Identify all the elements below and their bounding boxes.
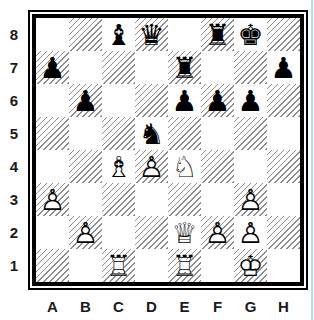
- rank-label-7: 7: [0, 51, 28, 84]
- black-pawn: ♟: [267, 51, 300, 84]
- chess-board-frame: ♝♛♜♚♟♜♟♟♟♟♟♞♝♗♟♙♞♘♟♙♟♙♟♙♛♕♟♙♟♙♜♖♜♖♚♔: [28, 10, 308, 290]
- white-rook: ♜♖: [102, 249, 135, 282]
- rank-label-2: 2: [0, 216, 28, 249]
- square-c2[interactable]: [102, 216, 135, 249]
- square-h6[interactable]: [267, 84, 300, 117]
- square-f1[interactable]: [201, 249, 234, 282]
- square-e7[interactable]: ♜: [168, 51, 201, 84]
- square-g2[interactable]: ♟♙: [234, 216, 267, 249]
- square-g1[interactable]: ♚♔: [234, 249, 267, 282]
- white-queen: ♛♕: [168, 216, 201, 249]
- chess-board-inner-border: ♝♛♜♚♟♜♟♟♟♟♟♞♝♗♟♙♞♘♟♙♟♙♟♙♛♕♟♙♟♙♜♖♜♖♚♔: [32, 14, 304, 286]
- file-label-e: E: [168, 298, 201, 315]
- square-b4[interactable]: [69, 150, 102, 183]
- square-h3[interactable]: [267, 183, 300, 216]
- square-c6[interactable]: [102, 84, 135, 117]
- square-b7[interactable]: [69, 51, 102, 84]
- square-g7[interactable]: [234, 51, 267, 84]
- square-g4[interactable]: [234, 150, 267, 183]
- black-queen: ♛: [135, 18, 168, 51]
- black-pawn: ♟: [69, 84, 102, 117]
- white-knight: ♞♘: [168, 150, 201, 183]
- white-king: ♚♔: [234, 249, 267, 282]
- white-pawn: ♟♙: [201, 216, 234, 249]
- square-f2[interactable]: ♟♙: [201, 216, 234, 249]
- square-g6[interactable]: ♟: [234, 84, 267, 117]
- rank-label-3: 3: [0, 183, 28, 216]
- square-c3[interactable]: [102, 183, 135, 216]
- black-pawn: ♟: [168, 84, 201, 117]
- square-a2[interactable]: [36, 216, 69, 249]
- white-pawn: ♟♙: [36, 183, 69, 216]
- white-pawn-outline: ♙: [135, 150, 168, 183]
- square-h2[interactable]: [267, 216, 300, 249]
- rank-labels: 87654321: [0, 10, 28, 290]
- square-e1[interactable]: ♜♖: [168, 249, 201, 282]
- chess-diagram: 87654321 ♝♛♜♚♟♜♟♟♟♟♟♞♝♗♟♙♞♘♟♙♟♙♟♙♛♕♟♙♟♙♜…: [0, 10, 308, 316]
- rank-label-5: 5: [0, 117, 28, 150]
- square-h4[interactable]: [267, 150, 300, 183]
- white-pawn-outline: ♙: [234, 183, 267, 216]
- white-pawn-outline: ♙: [69, 216, 102, 249]
- square-a5[interactable]: [36, 117, 69, 150]
- square-f6[interactable]: ♟: [201, 84, 234, 117]
- square-h5[interactable]: [267, 117, 300, 150]
- white-pawn: ♟♙: [234, 183, 267, 216]
- rank-label-4: 4: [0, 150, 28, 183]
- image-edge-accent-line: [311, 0, 313, 320]
- white-pawn-outline: ♙: [36, 183, 69, 216]
- square-g8[interactable]: ♚: [234, 18, 267, 51]
- file-label-g: G: [234, 298, 267, 315]
- square-d6[interactable]: [135, 84, 168, 117]
- white-rook: ♜♖: [168, 249, 201, 282]
- white-pawn: ♟♙: [135, 150, 168, 183]
- square-e5[interactable]: [168, 117, 201, 150]
- square-b5[interactable]: [69, 117, 102, 150]
- square-g3[interactable]: ♟♙: [234, 183, 267, 216]
- square-f4[interactable]: [201, 150, 234, 183]
- square-d3[interactable]: [135, 183, 168, 216]
- black-pawn: ♟: [36, 51, 69, 84]
- square-d2[interactable]: [135, 216, 168, 249]
- white-king-outline: ♔: [234, 249, 267, 282]
- square-b2[interactable]: ♟♙: [69, 216, 102, 249]
- square-e6[interactable]: ♟: [168, 84, 201, 117]
- square-c5[interactable]: [102, 117, 135, 150]
- square-b6[interactable]: ♟: [69, 84, 102, 117]
- square-a7[interactable]: ♟: [36, 51, 69, 84]
- white-rook-outline: ♖: [102, 249, 135, 282]
- white-knight-outline: ♘: [168, 150, 201, 183]
- square-e4[interactable]: ♞♘: [168, 150, 201, 183]
- black-rook: ♜: [201, 18, 234, 51]
- square-f7[interactable]: [201, 51, 234, 84]
- square-a1[interactable]: [36, 249, 69, 282]
- file-labels: ABCDEFGH: [28, 290, 308, 316]
- rank-label-6: 6: [0, 84, 28, 117]
- square-d1[interactable]: [135, 249, 168, 282]
- rank-label-8: 8: [0, 18, 28, 51]
- file-label-d: D: [135, 298, 168, 315]
- square-f5[interactable]: [201, 117, 234, 150]
- rank-label-1: 1: [0, 249, 28, 282]
- square-a4[interactable]: [36, 150, 69, 183]
- square-a3[interactable]: ♟♙: [36, 183, 69, 216]
- square-f3[interactable]: [201, 183, 234, 216]
- square-c8[interactable]: ♝: [102, 18, 135, 51]
- square-h8[interactable]: [267, 18, 300, 51]
- square-c1[interactable]: ♜♖: [102, 249, 135, 282]
- square-b1[interactable]: [69, 249, 102, 282]
- square-g5[interactable]: [234, 117, 267, 150]
- white-bishop: ♝♗: [102, 150, 135, 183]
- square-b3[interactable]: [69, 183, 102, 216]
- white-pawn-outline: ♙: [234, 216, 267, 249]
- white-pawn-outline: ♙: [201, 216, 234, 249]
- black-pawn: ♟: [234, 84, 267, 117]
- square-e8[interactable]: [168, 18, 201, 51]
- file-label-c: C: [102, 298, 135, 315]
- file-label-a: A: [36, 298, 69, 315]
- black-rook: ♜: [168, 51, 201, 84]
- square-a6[interactable]: [36, 84, 69, 117]
- file-label-b: B: [69, 298, 102, 315]
- square-d4[interactable]: ♟♙: [135, 150, 168, 183]
- black-pawn: ♟: [201, 84, 234, 117]
- white-pawn: ♟♙: [234, 216, 267, 249]
- square-e3[interactable]: [168, 183, 201, 216]
- file-label-f: F: [201, 298, 234, 315]
- square-h7[interactable]: ♟: [267, 51, 300, 84]
- square-d5[interactable]: ♞: [135, 117, 168, 150]
- black-knight: ♞: [135, 117, 168, 150]
- square-b8[interactable]: [69, 18, 102, 51]
- white-queen-outline: ♕: [168, 216, 201, 249]
- chess-board: ♝♛♜♚♟♜♟♟♟♟♟♞♝♗♟♙♞♘♟♙♟♙♟♙♛♕♟♙♟♙♜♖♜♖♚♔: [36, 18, 300, 282]
- square-d7[interactable]: [135, 51, 168, 84]
- square-c7[interactable]: [102, 51, 135, 84]
- square-f8[interactable]: ♜: [201, 18, 234, 51]
- square-e2[interactable]: ♛♕: [168, 216, 201, 249]
- black-king: ♚: [234, 18, 267, 51]
- square-d8[interactable]: ♛: [135, 18, 168, 51]
- square-h1[interactable]: [267, 249, 300, 282]
- black-bishop: ♝: [102, 18, 135, 51]
- square-a8[interactable]: [36, 18, 69, 51]
- file-label-h: H: [267, 298, 300, 315]
- white-pawn: ♟♙: [69, 216, 102, 249]
- white-rook-outline: ♖: [168, 249, 201, 282]
- square-c4[interactable]: ♝♗: [102, 150, 135, 183]
- white-bishop-outline: ♗: [102, 150, 135, 183]
